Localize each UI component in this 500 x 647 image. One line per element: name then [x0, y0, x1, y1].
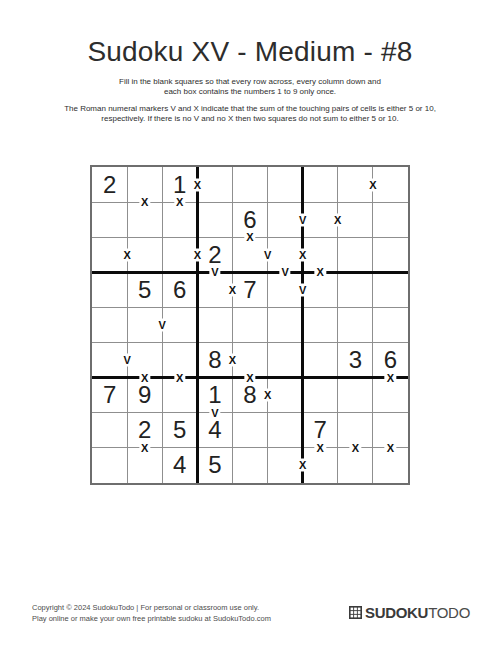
cell-r4c9[interactable]	[373, 272, 408, 307]
xv-marker-x-r3c7-r4c7: X	[315, 266, 326, 279]
copyright-line2: Play online or make your own free printa…	[32, 614, 271, 625]
cell-r9c4[interactable]: 5	[197, 448, 232, 483]
instructions-xv-markers: The Roman numeral markers V and X indica…	[0, 104, 500, 123]
xv-marker-x-r6c3-r7c3: X	[174, 371, 185, 384]
cell-r5c7[interactable]	[303, 307, 338, 342]
cell-r6c7[interactable]	[303, 343, 338, 378]
cell-r8c1[interactable]	[92, 413, 127, 448]
xv-marker-x-r1c3-r1c4: X	[192, 178, 203, 191]
cell-r5c8[interactable]	[338, 307, 373, 342]
xv-marker-x-r6c9-r7c9: X	[385, 371, 396, 384]
cell-r9c3[interactable]: 4	[162, 448, 197, 483]
cell-r1c7[interactable]	[303, 167, 338, 202]
instructions-rules-line2: each box contains the numbers 1 to 9 onl…	[0, 87, 500, 97]
xv-marker-v-r3c4-r4c4: V	[209, 266, 220, 279]
cell-r4c1[interactable]	[92, 272, 127, 307]
cell-r8c3[interactable]: 5	[162, 413, 197, 448]
sudoku-grid-icon	[349, 606, 362, 619]
xv-marker-v-r7c4-r8c4: V	[209, 406, 220, 419]
cell-r7c8[interactable]	[338, 378, 373, 413]
cell-r7c7[interactable]	[303, 378, 338, 413]
cell-r9c5[interactable]	[232, 448, 267, 483]
logo-text: SUDOKUTODO	[365, 604, 470, 621]
xv-marker-x-r3c3-r3c4: X	[192, 248, 203, 261]
cell-r4c3[interactable]: 6	[162, 272, 197, 307]
page-title: Sudoku XV - Medium - #8	[0, 36, 500, 68]
cell-r4c8[interactable]	[338, 272, 373, 307]
cell-r8c6[interactable]	[268, 413, 303, 448]
cell-r2c9[interactable]	[373, 202, 408, 237]
xv-marker-x-r9c6-r9c7: X	[297, 459, 308, 472]
cell-r7c1[interactable]: 7	[92, 378, 127, 413]
cell-r3c9[interactable]	[373, 237, 408, 272]
cell-r9c1[interactable]	[92, 448, 127, 483]
xv-marker-x-r8c8-r9c8: X	[350, 441, 361, 454]
instructions-rules: Fill in the blank squares so that every …	[0, 77, 500, 96]
logo-text-bold: SUDOKU	[365, 604, 428, 621]
sudoku-board: 21625678367918254745XXVXXXVXXVVVXXXXXXVV…	[90, 165, 410, 485]
logo-text-light: TODO	[428, 604, 470, 621]
cell-r8c5[interactable]	[232, 413, 267, 448]
cell-r6c6[interactable]	[268, 343, 303, 378]
xv-marker-x-r1c2-r2c2: X	[139, 196, 150, 209]
xv-marker-v-r3c6-r4c6: V	[279, 266, 290, 279]
xv-marker-x-r8c2-r9c2: X	[139, 441, 150, 454]
cell-r3c8[interactable]	[338, 237, 373, 272]
xv-marker-x-r3c1-r3c2: X	[121, 248, 132, 261]
cell-r5c5[interactable]	[232, 307, 267, 342]
xv-marker-x-r6c2-r7c2: X	[139, 371, 150, 384]
cell-r4c2[interactable]: 5	[127, 272, 162, 307]
cell-r5c9[interactable]	[373, 307, 408, 342]
copyright-text: Copyright © 2024 SudokuTodo | For person…	[32, 603, 271, 624]
xv-marker-x-r6c5-r7c5: X	[244, 371, 255, 384]
instructions-rules-line1: Fill in the blank squares so that every …	[0, 77, 500, 87]
cell-r5c4[interactable]	[197, 307, 232, 342]
cell-r1c6[interactable]	[268, 167, 303, 202]
xv-marker-x-r4c4-r4c5: X	[227, 283, 238, 296]
xv-marker-x-r1c3-r2c3: X	[174, 196, 185, 209]
xv-marker-x-r2c7-r2c8: X	[332, 213, 343, 226]
cell-r6c8[interactable]: 3	[338, 343, 373, 378]
cell-r5c6[interactable]	[268, 307, 303, 342]
xv-marker-v-r4c6-r4c7: V	[297, 283, 308, 296]
cell-r2c1[interactable]	[92, 202, 127, 237]
xv-marker-x-r8c7-r9c7: X	[315, 441, 326, 454]
cell-r2c4[interactable]	[197, 202, 232, 237]
sudokutodo-logo: SUDOKUTODO	[349, 604, 470, 620]
xv-marker-v-r5c2-r5c3: V	[157, 319, 168, 332]
xv-marker-v-r2c6-r2c7: V	[297, 213, 308, 226]
cell-r1c1[interactable]: 2	[92, 167, 127, 202]
xv-marker-x-r6c4-r6c5: X	[227, 354, 238, 367]
copyright-line1: Copyright © 2024 SudokuTodo | For person…	[32, 603, 271, 614]
cell-r5c1[interactable]	[92, 307, 127, 342]
xv-marker-x-r8c9-r9c9: X	[385, 441, 396, 454]
xv-marker-v-r3c5-r3c6: V	[262, 248, 273, 261]
xv-marker-v-r6c1-r6c2: V	[121, 354, 132, 367]
xv-marker-x-r7c5-r7c6: X	[262, 389, 273, 402]
instructions-xv-line1: The Roman numeral markers V and X indica…	[0, 104, 500, 114]
xv-marker-x-r2c5-r3c5: X	[244, 231, 255, 244]
xv-marker-x-r1c8-r1c9: X	[367, 178, 378, 191]
cell-r1c5[interactable]	[232, 167, 267, 202]
xv-marker-x-r3c6-r3c7: X	[297, 248, 308, 261]
instructions-xv-line2: respectively. If there is no V and no X …	[0, 114, 500, 124]
